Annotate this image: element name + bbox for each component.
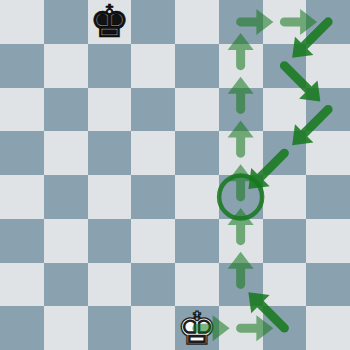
- square-g3[interactable]: [263, 219, 307, 263]
- square-d6[interactable]: [131, 88, 175, 132]
- square-a2[interactable]: [0, 263, 44, 307]
- square-a7[interactable]: [0, 44, 44, 88]
- square-c4[interactable]: [88, 175, 132, 219]
- square-a4[interactable]: [0, 175, 44, 219]
- square-b6[interactable]: [44, 88, 88, 132]
- square-a1[interactable]: [0, 306, 44, 350]
- square-e2[interactable]: [175, 263, 219, 307]
- square-f8[interactable]: [219, 0, 263, 44]
- square-h7[interactable]: [306, 44, 350, 88]
- square-f6[interactable]: [219, 88, 263, 132]
- square-d4[interactable]: [131, 175, 175, 219]
- square-f4[interactable]: [219, 175, 263, 219]
- square-a3[interactable]: [0, 219, 44, 263]
- square-h1[interactable]: [306, 306, 350, 350]
- square-g2[interactable]: [263, 263, 307, 307]
- square-g4[interactable]: [263, 175, 307, 219]
- square-h8[interactable]: [306, 0, 350, 44]
- square-b5[interactable]: [44, 131, 88, 175]
- white-king[interactable]: ♚: [175, 306, 219, 350]
- square-f3[interactable]: [219, 219, 263, 263]
- square-g5[interactable]: [263, 131, 307, 175]
- square-b2[interactable]: [44, 263, 88, 307]
- square-f5[interactable]: [219, 131, 263, 175]
- square-e7[interactable]: [175, 44, 219, 88]
- square-b7[interactable]: [44, 44, 88, 88]
- square-c5[interactable]: [88, 131, 132, 175]
- square-h3[interactable]: [306, 219, 350, 263]
- square-d3[interactable]: [131, 219, 175, 263]
- square-d1[interactable]: [131, 306, 175, 350]
- square-g7[interactable]: [263, 44, 307, 88]
- square-a5[interactable]: [0, 131, 44, 175]
- black-king[interactable]: ♚: [88, 0, 132, 44]
- square-f1[interactable]: [219, 306, 263, 350]
- square-e8[interactable]: [175, 0, 219, 44]
- square-c6[interactable]: [88, 88, 132, 132]
- square-f7[interactable]: [219, 44, 263, 88]
- chess-board: ♚♚: [0, 0, 350, 350]
- square-b8[interactable]: [44, 0, 88, 44]
- square-h6[interactable]: [306, 88, 350, 132]
- square-h5[interactable]: [306, 131, 350, 175]
- square-c2[interactable]: [88, 263, 132, 307]
- square-d5[interactable]: [131, 131, 175, 175]
- square-e4[interactable]: [175, 175, 219, 219]
- square-b3[interactable]: [44, 219, 88, 263]
- square-g1[interactable]: [263, 306, 307, 350]
- square-a8[interactable]: [0, 0, 44, 44]
- square-e6[interactable]: [175, 88, 219, 132]
- square-h2[interactable]: [306, 263, 350, 307]
- square-b1[interactable]: [44, 306, 88, 350]
- square-d7[interactable]: [131, 44, 175, 88]
- board-squares: [0, 0, 350, 350]
- square-g6[interactable]: [263, 88, 307, 132]
- square-e5[interactable]: [175, 131, 219, 175]
- square-d8[interactable]: [131, 0, 175, 44]
- square-g8[interactable]: [263, 0, 307, 44]
- square-c3[interactable]: [88, 219, 132, 263]
- square-e3[interactable]: [175, 219, 219, 263]
- square-c7[interactable]: [88, 44, 132, 88]
- square-a6[interactable]: [0, 88, 44, 132]
- square-b4[interactable]: [44, 175, 88, 219]
- square-h4[interactable]: [306, 175, 350, 219]
- square-d2[interactable]: [131, 263, 175, 307]
- square-f2[interactable]: [219, 263, 263, 307]
- square-c1[interactable]: [88, 306, 132, 350]
